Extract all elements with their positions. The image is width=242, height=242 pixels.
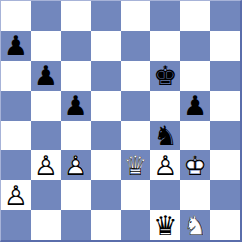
square-g8[interactable] [180, 1, 210, 31]
square-b1[interactable] [31, 210, 61, 240]
square-d1[interactable] [91, 210, 121, 240]
square-b2[interactable] [31, 180, 61, 210]
white-knight[interactable]: ♞♘ [180, 210, 210, 240]
square-f6[interactable]: ♚ [150, 61, 180, 91]
black-pawn-glyph: ♟ [180, 91, 210, 121]
black-pawn-glyph: ♟ [61, 91, 91, 121]
white-pawn-outline: ♙ [1, 180, 31, 210]
square-b5[interactable] [31, 91, 61, 121]
square-d6[interactable] [91, 61, 121, 91]
square-c2[interactable] [61, 180, 91, 210]
square-d8[interactable] [91, 1, 121, 31]
black-knight[interactable]: ♞ [150, 121, 180, 151]
square-f5[interactable] [150, 91, 180, 121]
square-g2[interactable] [180, 180, 210, 210]
white-queen[interactable]: ♛♕ [121, 150, 151, 180]
square-g6[interactable] [180, 61, 210, 91]
square-d2[interactable] [91, 180, 121, 210]
black-pawn[interactable]: ♟ [31, 61, 61, 91]
square-c5[interactable]: ♟ [61, 91, 91, 121]
black-pawn-glyph: ♟ [1, 31, 31, 61]
square-e5[interactable] [121, 91, 151, 121]
black-pawn[interactable]: ♟ [180, 91, 210, 121]
square-a7[interactable]: ♟ [1, 31, 31, 61]
black-knight-glyph: ♞ [150, 121, 180, 151]
square-h8[interactable] [210, 1, 240, 31]
square-a3[interactable] [1, 150, 31, 180]
square-b4[interactable] [31, 121, 61, 151]
square-b7[interactable] [31, 31, 61, 61]
square-h3[interactable] [210, 150, 240, 180]
black-king[interactable]: ♚ [150, 61, 180, 91]
square-g5[interactable]: ♟ [180, 91, 210, 121]
black-queen-glyph: ♛ [150, 210, 180, 240]
white-queen-outline: ♕ [121, 150, 151, 180]
square-f7[interactable] [150, 31, 180, 61]
square-c1[interactable] [61, 210, 91, 240]
black-pawn[interactable]: ♟ [1, 31, 31, 61]
square-c4[interactable] [61, 121, 91, 151]
square-b3[interactable]: ♟♙ [31, 150, 61, 180]
white-king[interactable]: ♚♔ [180, 150, 210, 180]
square-b8[interactable] [31, 1, 61, 31]
square-e7[interactable] [121, 31, 151, 61]
square-a2[interactable]: ♟♙ [1, 180, 31, 210]
square-g4[interactable] [180, 121, 210, 151]
square-g3[interactable]: ♚♔ [180, 150, 210, 180]
white-pawn-outline: ♙ [61, 150, 91, 180]
square-h6[interactable] [210, 61, 240, 91]
white-pawn-outline: ♙ [31, 150, 61, 180]
white-pawn-outline: ♙ [150, 150, 180, 180]
black-king-glyph: ♚ [150, 61, 180, 91]
square-d3[interactable] [91, 150, 121, 180]
square-f8[interactable] [150, 1, 180, 31]
white-knight-outline: ♘ [180, 210, 210, 240]
square-a8[interactable] [1, 1, 31, 31]
white-king-outline: ♔ [180, 150, 210, 180]
square-c8[interactable] [61, 1, 91, 31]
square-h5[interactable] [210, 91, 240, 121]
square-d5[interactable] [91, 91, 121, 121]
square-d7[interactable] [91, 31, 121, 61]
square-g1[interactable]: ♞♘ [180, 210, 210, 240]
square-h2[interactable] [210, 180, 240, 210]
square-e4[interactable] [121, 121, 151, 151]
black-pawn-glyph: ♟ [31, 61, 61, 91]
square-e2[interactable] [121, 180, 151, 210]
chess-board-grid: ♟♟♚♟♟♞♟♙♟♙♛♕♟♙♚♔♟♙♛♞♘ [1, 1, 240, 240]
square-b6[interactable]: ♟ [31, 61, 61, 91]
square-d4[interactable] [91, 121, 121, 151]
square-f4[interactable]: ♞ [150, 121, 180, 151]
square-a1[interactable] [1, 210, 31, 240]
white-pawn[interactable]: ♟♙ [31, 150, 61, 180]
square-e8[interactable] [121, 1, 151, 31]
square-h7[interactable] [210, 31, 240, 61]
square-e6[interactable] [121, 61, 151, 91]
black-pawn[interactable]: ♟ [61, 91, 91, 121]
square-a5[interactable] [1, 91, 31, 121]
white-pawn[interactable]: ♟♙ [150, 150, 180, 180]
square-f1[interactable]: ♛ [150, 210, 180, 240]
square-a6[interactable] [1, 61, 31, 91]
square-e1[interactable] [121, 210, 151, 240]
square-h1[interactable] [210, 210, 240, 240]
square-a4[interactable] [1, 121, 31, 151]
square-f2[interactable] [150, 180, 180, 210]
square-g7[interactable] [180, 31, 210, 61]
white-pawn[interactable]: ♟♙ [61, 150, 91, 180]
white-pawn[interactable]: ♟♙ [1, 180, 31, 210]
square-e3[interactable]: ♛♕ [121, 150, 151, 180]
black-queen[interactable]: ♛ [150, 210, 180, 240]
square-f3[interactable]: ♟♙ [150, 150, 180, 180]
square-c6[interactable] [61, 61, 91, 91]
square-c3[interactable]: ♟♙ [61, 150, 91, 180]
square-h4[interactable] [210, 121, 240, 151]
chess-board: ♟♟♚♟♟♞♟♙♟♙♛♕♟♙♚♔♟♙♛♞♘ [0, 0, 242, 242]
square-c7[interactable] [61, 31, 91, 61]
